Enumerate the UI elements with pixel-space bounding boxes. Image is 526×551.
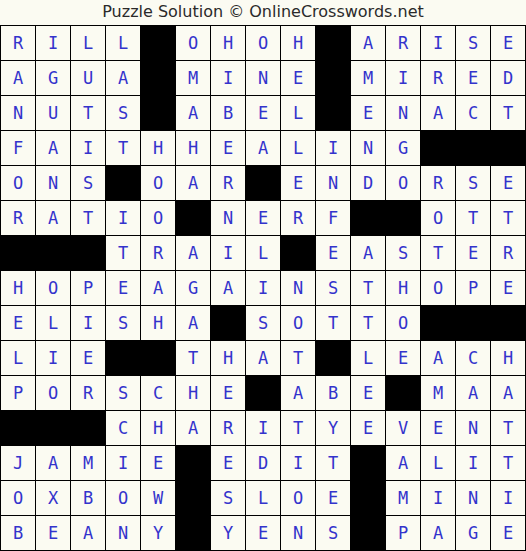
letter-cell-r12c7: R — [211, 411, 245, 445]
block-cell-r9c13 — [421, 306, 455, 340]
letter-cell-r6c15: T — [491, 201, 525, 235]
letter-cell-r6c9: R — [281, 201, 315, 235]
block-cell-r3c10 — [316, 96, 350, 130]
letter-cell-r13c5: E — [141, 446, 175, 480]
letter-cell-r14c2: X — [36, 481, 70, 515]
block-cell-r4c13 — [421, 131, 455, 165]
letter-cell-r4c2: A — [36, 131, 70, 165]
page-title: Puzzle Solution © OnlineCrosswords.net — [0, 0, 526, 25]
block-cell-r6c12 — [386, 201, 420, 235]
letter-cell-r7c12: S — [386, 236, 420, 270]
letter-cell-r10c15: H — [491, 341, 525, 375]
letter-cell-r3c8: E — [246, 96, 280, 130]
letter-cell-r8c15: E — [491, 271, 525, 305]
letter-cell-r8c6: G — [176, 271, 210, 305]
letter-cell-r13c1: J — [1, 446, 35, 480]
letter-cell-r14c14: N — [456, 481, 490, 515]
letter-cell-r15c9: N — [281, 516, 315, 550]
letter-cell-r2c1: A — [1, 61, 35, 95]
letter-cell-r10c12: E — [386, 341, 420, 375]
letter-cell-r1c14: S — [456, 26, 490, 60]
letter-cell-r3c2: U — [36, 96, 70, 130]
letter-cell-r4c12: G — [386, 131, 420, 165]
letter-cell-r4c8: A — [246, 131, 280, 165]
letter-cell-r11c2: O — [36, 376, 70, 410]
letter-cell-r2c2: G — [36, 61, 70, 95]
block-cell-r4c15 — [491, 131, 525, 165]
letter-cell-r6c13: O — [421, 201, 455, 235]
letter-cell-r9c12: O — [386, 306, 420, 340]
letter-cell-r13c14: I — [456, 446, 490, 480]
letter-cell-r1c15: E — [491, 26, 525, 60]
letter-cell-r1c12: R — [386, 26, 420, 60]
letter-cell-r8c1: H — [1, 271, 35, 305]
letter-cell-r10c8: A — [246, 341, 280, 375]
letter-cell-r8c8: I — [246, 271, 280, 305]
block-cell-r12c1 — [1, 411, 35, 445]
letter-cell-r6c3: T — [71, 201, 105, 235]
letter-cell-r3c9: L — [281, 96, 315, 130]
block-cell-r2c5 — [141, 61, 175, 95]
letter-cell-r7c14: E — [456, 236, 490, 270]
letter-cell-r7c7: I — [211, 236, 245, 270]
letter-cell-r3c1: N — [1, 96, 35, 130]
letter-cell-r1c4: L — [106, 26, 140, 60]
letter-cell-r9c11: T — [351, 306, 385, 340]
block-cell-r12c2 — [36, 411, 70, 445]
letter-cell-r6c5: O — [141, 201, 175, 235]
letter-cell-r11c4: S — [106, 376, 140, 410]
block-cell-r14c6 — [176, 481, 210, 515]
letter-cell-r5c15: E — [491, 166, 525, 200]
letter-cell-r8c13: O — [421, 271, 455, 305]
letter-cell-r5c14: S — [456, 166, 490, 200]
letter-cell-r10c13: A — [421, 341, 455, 375]
block-cell-r15c6 — [176, 516, 210, 550]
letter-cell-r4c7: E — [211, 131, 245, 165]
letter-cell-r5c1: O — [1, 166, 35, 200]
crossword-grid: RILLOHOHARISEAGUAMINEMIREDNUTSABELENACTF… — [0, 25, 526, 551]
letter-cell-r12c9: T — [281, 411, 315, 445]
letter-cell-r11c14: A — [456, 376, 490, 410]
letter-cell-r13c4: I — [106, 446, 140, 480]
block-cell-r10c10 — [316, 341, 350, 375]
letter-cell-r3c7: B — [211, 96, 245, 130]
letter-cell-r6c10: F — [316, 201, 350, 235]
letter-cell-r1c2: I — [36, 26, 70, 60]
letter-cell-r9c3: I — [71, 306, 105, 340]
letter-cell-r4c6: H — [176, 131, 210, 165]
letter-cell-r4c3: I — [71, 131, 105, 165]
letter-cell-r2c14: E — [456, 61, 490, 95]
letter-cell-r13c15: T — [491, 446, 525, 480]
letter-cell-r4c1: F — [1, 131, 35, 165]
letter-cell-r5c13: R — [421, 166, 455, 200]
letter-cell-r3c11: E — [351, 96, 385, 130]
letter-cell-r6c8: E — [246, 201, 280, 235]
letter-cell-r12c5: H — [141, 411, 175, 445]
letter-cell-r12c14: N — [456, 411, 490, 445]
letter-cell-r15c13: A — [421, 516, 455, 550]
letter-cell-r8c5: A — [141, 271, 175, 305]
letter-cell-r9c2: L — [36, 306, 70, 340]
letter-cell-r4c10: I — [316, 131, 350, 165]
block-cell-r2c10 — [316, 61, 350, 95]
letter-cell-r3c14: C — [456, 96, 490, 130]
letter-cell-r9c6: A — [176, 306, 210, 340]
block-cell-r6c6 — [176, 201, 210, 235]
letter-cell-r13c7: E — [211, 446, 245, 480]
letter-cell-r3c13: A — [421, 96, 455, 130]
letter-cell-r2c8: N — [246, 61, 280, 95]
letter-cell-r12c15: T — [491, 411, 525, 445]
letter-cell-r1c11: A — [351, 26, 385, 60]
letter-cell-r14c3: B — [71, 481, 105, 515]
letter-cell-r10c9: T — [281, 341, 315, 375]
letter-cell-r15c12: P — [386, 516, 420, 550]
letter-cell-r8c11: T — [351, 271, 385, 305]
block-cell-r9c7 — [211, 306, 245, 340]
letter-cell-r13c3: M — [71, 446, 105, 480]
letter-cell-r14c1: O — [1, 481, 35, 515]
letter-cell-r8c12: H — [386, 271, 420, 305]
letter-cell-r11c13: M — [421, 376, 455, 410]
letter-cell-r2c7: I — [211, 61, 245, 95]
letter-cell-r14c4: O — [106, 481, 140, 515]
letter-cell-r1c1: R — [1, 26, 35, 60]
letter-cell-r10c3: E — [71, 341, 105, 375]
letter-cell-r4c11: N — [351, 131, 385, 165]
letter-cell-r15c15: E — [491, 516, 525, 550]
letter-cell-r9c9: O — [281, 306, 315, 340]
letter-cell-r3c4: S — [106, 96, 140, 130]
letter-cell-r5c7: R — [211, 166, 245, 200]
block-cell-r5c4 — [106, 166, 140, 200]
letter-cell-r13c10: T — [316, 446, 350, 480]
letter-cell-r8c10: S — [316, 271, 350, 305]
letter-cell-r11c1: P — [1, 376, 35, 410]
block-cell-r11c12 — [386, 376, 420, 410]
letter-cell-r12c10: Y — [316, 411, 350, 445]
letter-cell-r3c15: T — [491, 96, 525, 130]
block-cell-r6c11 — [351, 201, 385, 235]
block-cell-r14c11 — [351, 481, 385, 515]
letter-cell-r14c9: O — [281, 481, 315, 515]
letter-cell-r13c13: L — [421, 446, 455, 480]
letter-cell-r9c5: H — [141, 306, 175, 340]
letter-cell-r15c10: S — [316, 516, 350, 550]
letter-cell-r6c7: N — [211, 201, 245, 235]
letter-cell-r10c11: L — [351, 341, 385, 375]
letter-cell-r2c9: E — [281, 61, 315, 95]
letter-cell-r5c6: A — [176, 166, 210, 200]
letter-cell-r9c1: E — [1, 306, 35, 340]
letter-cell-r14c5: W — [141, 481, 175, 515]
letter-cell-r1c3: L — [71, 26, 105, 60]
letter-cell-r10c14: C — [456, 341, 490, 375]
letter-cell-r7c13: T — [421, 236, 455, 270]
letter-cell-r11c5: C — [141, 376, 175, 410]
letter-cell-r5c11: D — [351, 166, 385, 200]
block-cell-r7c9 — [281, 236, 315, 270]
letter-cell-r8c9: N — [281, 271, 315, 305]
block-cell-r15c11 — [351, 516, 385, 550]
letter-cell-r4c4: T — [106, 131, 140, 165]
block-cell-r9c15 — [491, 306, 525, 340]
letter-cell-r13c2: A — [36, 446, 70, 480]
letter-cell-r9c10: T — [316, 306, 350, 340]
block-cell-r4c14 — [456, 131, 490, 165]
letter-cell-r13c12: A — [386, 446, 420, 480]
letter-cell-r2c6: M — [176, 61, 210, 95]
letter-cell-r8c2: O — [36, 271, 70, 305]
letter-cell-r7c11: A — [351, 236, 385, 270]
letter-cell-r12c6: A — [176, 411, 210, 445]
letter-cell-r1c7: H — [211, 26, 245, 60]
letter-cell-r7c4: T — [106, 236, 140, 270]
letter-cell-r9c8: S — [246, 306, 280, 340]
block-cell-r1c10 — [316, 26, 350, 60]
block-cell-r10c5 — [141, 341, 175, 375]
letter-cell-r7c8: L — [246, 236, 280, 270]
letter-cell-r2c4: A — [106, 61, 140, 95]
letter-cell-r15c4: N — [106, 516, 140, 550]
letter-cell-r12c11: E — [351, 411, 385, 445]
letter-cell-r12c4: C — [106, 411, 140, 445]
letter-cell-r13c9: I — [281, 446, 315, 480]
letter-cell-r11c6: H — [176, 376, 210, 410]
letter-cell-r3c6: A — [176, 96, 210, 130]
letter-cell-r8c7: A — [211, 271, 245, 305]
letter-cell-r1c6: O — [176, 26, 210, 60]
letter-cell-r7c6: A — [176, 236, 210, 270]
letter-cell-r11c3: R — [71, 376, 105, 410]
block-cell-r3c5 — [141, 96, 175, 130]
letter-cell-r6c14: T — [456, 201, 490, 235]
letter-cell-r7c15: R — [491, 236, 525, 270]
letter-cell-r4c9: L — [281, 131, 315, 165]
block-cell-r11c8 — [246, 376, 280, 410]
letter-cell-r1c8: O — [246, 26, 280, 60]
letter-cell-r2c3: U — [71, 61, 105, 95]
letter-cell-r12c8: I — [246, 411, 280, 445]
letter-cell-r6c1: R — [1, 201, 35, 235]
letter-cell-r2c15: D — [491, 61, 525, 95]
letter-cell-r1c13: I — [421, 26, 455, 60]
letter-cell-r14c15: I — [491, 481, 525, 515]
letter-cell-r5c5: O — [141, 166, 175, 200]
letter-cell-r5c3: S — [71, 166, 105, 200]
letter-cell-r5c9: E — [281, 166, 315, 200]
letter-cell-r14c8: L — [246, 481, 280, 515]
letter-cell-r4c5: H — [141, 131, 175, 165]
letter-cell-r11c11: E — [351, 376, 385, 410]
letter-cell-r6c2: A — [36, 201, 70, 235]
letter-cell-r14c10: E — [316, 481, 350, 515]
letter-cell-r10c2: I — [36, 341, 70, 375]
block-cell-r12c3 — [71, 411, 105, 445]
letter-cell-r15c2: E — [36, 516, 70, 550]
letter-cell-r2c13: R — [421, 61, 455, 95]
block-cell-r7c2 — [36, 236, 70, 270]
letter-cell-r15c3: A — [71, 516, 105, 550]
letter-cell-r15c5: Y — [141, 516, 175, 550]
block-cell-r13c11 — [351, 446, 385, 480]
letter-cell-r10c1: L — [1, 341, 35, 375]
letter-cell-r15c7: Y — [211, 516, 245, 550]
letter-cell-r7c5: R — [141, 236, 175, 270]
letter-cell-r8c4: E — [106, 271, 140, 305]
letter-cell-r11c15: A — [491, 376, 525, 410]
letter-cell-r1c9: H — [281, 26, 315, 60]
block-cell-r5c8 — [246, 166, 280, 200]
letter-cell-r12c12: V — [386, 411, 420, 445]
letter-cell-r6c4: I — [106, 201, 140, 235]
block-cell-r13c6 — [176, 446, 210, 480]
letter-cell-r5c2: N — [36, 166, 70, 200]
letter-cell-r13c8: D — [246, 446, 280, 480]
block-cell-r10c4 — [106, 341, 140, 375]
letter-cell-r3c12: N — [386, 96, 420, 130]
letter-cell-r14c7: S — [211, 481, 245, 515]
block-cell-r9c14 — [456, 306, 490, 340]
letter-cell-r11c7: E — [211, 376, 245, 410]
letter-cell-r14c12: M — [386, 481, 420, 515]
letter-cell-r5c12: O — [386, 166, 420, 200]
letter-cell-r2c12: I — [386, 61, 420, 95]
block-cell-r1c5 — [141, 26, 175, 60]
letter-cell-r10c6: T — [176, 341, 210, 375]
block-cell-r7c3 — [71, 236, 105, 270]
puzzle-solution-page: Puzzle Solution © OnlineCrosswords.net R… — [0, 0, 526, 551]
letter-cell-r10c7: H — [211, 341, 245, 375]
letter-cell-r5c10: N — [316, 166, 350, 200]
letter-cell-r15c1: B — [1, 516, 35, 550]
letter-cell-r11c9: A — [281, 376, 315, 410]
letter-cell-r8c3: P — [71, 271, 105, 305]
letter-cell-r7c10: E — [316, 236, 350, 270]
letter-cell-r14c13: I — [421, 481, 455, 515]
letter-cell-r2c11: M — [351, 61, 385, 95]
letter-cell-r8c14: P — [456, 271, 490, 305]
letter-cell-r3c3: T — [71, 96, 105, 130]
letter-cell-r11c10: B — [316, 376, 350, 410]
letter-cell-r15c8: E — [246, 516, 280, 550]
letter-cell-r12c13: E — [421, 411, 455, 445]
letter-cell-r15c14: G — [456, 516, 490, 550]
letter-cell-r9c4: S — [106, 306, 140, 340]
block-cell-r7c1 — [1, 236, 35, 270]
